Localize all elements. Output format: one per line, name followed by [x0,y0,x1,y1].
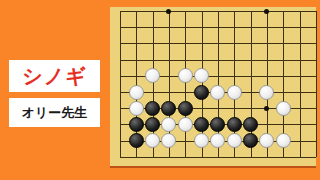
white-stone [194,68,209,83]
black-stone [161,101,176,116]
problem-title: シノギ [22,66,86,86]
grid-line-vertical [120,11,121,157]
black-stone [145,101,160,116]
white-stone [178,117,193,132]
grid-line-horizontal [120,60,316,61]
grid-line-vertical [316,11,317,157]
star-point [264,9,269,14]
grid-line-vertical [185,11,186,157]
white-stone [178,68,193,83]
grid-line-vertical [300,11,301,157]
black-stone [210,117,225,132]
black-stone [145,117,160,132]
go-board [110,7,316,168]
white-stone [259,85,274,100]
white-stone [161,133,176,148]
white-stone [129,85,144,100]
white-stone [227,85,242,100]
black-stone [243,133,258,148]
white-stone [276,133,291,148]
black-stone [194,85,209,100]
white-stone [129,101,144,116]
star-point [264,106,269,111]
white-stone [259,133,274,148]
problem-title-box: シノギ [9,60,100,92]
white-stone [276,101,291,116]
white-stone [210,85,225,100]
grid-line-horizontal [120,11,316,12]
white-stone [145,68,160,83]
black-stone [194,117,209,132]
black-stone [178,101,193,116]
white-stone [210,133,225,148]
teacher-name: オリー先生 [22,106,88,119]
white-stone [227,133,242,148]
teacher-name-box: オリー先生 [9,98,100,127]
white-stone [145,133,160,148]
grid-line-horizontal [120,157,316,158]
black-stone [243,117,258,132]
black-stone [129,117,144,132]
black-stone [129,133,144,148]
grid-line-horizontal [120,27,316,28]
white-stone [194,133,209,148]
black-stone [227,117,242,132]
star-point [166,9,171,14]
grid-line-horizontal [120,43,316,44]
white-stone [161,117,176,132]
